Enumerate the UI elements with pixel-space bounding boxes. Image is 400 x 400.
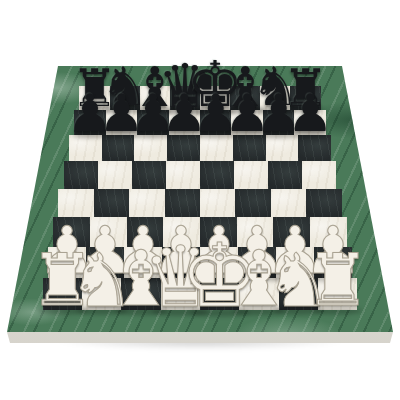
square-d5[interactable] <box>166 161 200 188</box>
marble-chess-set-photo: ♜♞♝♛♚♝♞♜♟♟♟♟♟♟♟♟♟♟♟♟♟♟♟♟♜♞♝♛♚♝♞♜ <box>0 0 400 400</box>
square-f5[interactable] <box>234 161 268 188</box>
square-e5[interactable] <box>200 161 234 188</box>
square-c5[interactable] <box>132 161 166 188</box>
black-pawn[interactable]: ♟ <box>287 87 333 139</box>
square-g5[interactable] <box>268 161 302 188</box>
square-a5[interactable] <box>64 161 98 188</box>
square-h5[interactable] <box>302 161 336 188</box>
white-rook[interactable]: ♜ <box>305 244 370 316</box>
square-b5[interactable] <box>98 161 132 188</box>
board-row-rank-5 <box>64 161 337 188</box>
